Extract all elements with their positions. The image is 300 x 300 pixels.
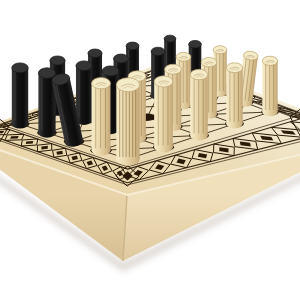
product-photo: [0, 0, 300, 300]
alquerque-board-scene: [0, 0, 300, 300]
peg-light[interactable]: [262, 56, 277, 116]
peg-black[interactable]: [12, 63, 28, 129]
peg-light[interactable]: [226, 63, 242, 129]
peg-black[interactable]: [76, 61, 92, 125]
peg-light[interactable]: [190, 69, 208, 140]
peg-light[interactable]: [116, 78, 139, 166]
peg-light[interactable]: [154, 76, 173, 153]
peg-light[interactable]: [92, 78, 111, 156]
